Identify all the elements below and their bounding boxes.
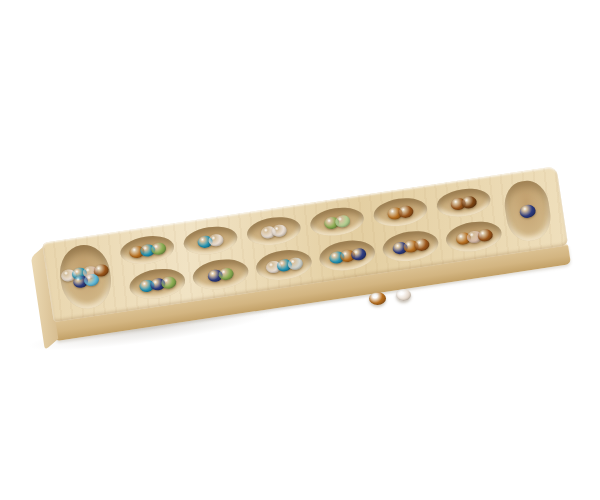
pit-bottom-4[interactable] <box>317 237 377 274</box>
pit-top-2[interactable] <box>182 223 239 258</box>
bead-navy <box>519 203 537 218</box>
loose-bead-1 <box>369 292 386 305</box>
bead-clear <box>208 233 225 247</box>
pit-bottom-2[interactable] <box>191 256 251 293</box>
product-photo <box>0 0 600 500</box>
pit-top-6[interactable] <box>435 185 492 220</box>
pit-top-1[interactable] <box>118 233 175 268</box>
bead-green <box>150 241 167 255</box>
pit-bottom-3[interactable] <box>254 247 314 284</box>
pit-top-4[interactable] <box>308 204 365 239</box>
loose-bead-2 <box>396 289 411 301</box>
bead-navy <box>350 247 367 261</box>
pit-bottom-1[interactable] <box>127 265 187 302</box>
pit-bottom-6[interactable] <box>444 218 504 255</box>
bead-lightgreen <box>334 214 351 228</box>
pit-top-5[interactable] <box>372 195 429 230</box>
bead-lightblue <box>83 273 100 287</box>
pit-top-3[interactable] <box>245 214 302 249</box>
pit-bottom-5[interactable] <box>381 228 441 265</box>
bead-copper <box>476 228 493 242</box>
store-right <box>501 178 553 244</box>
bead-green <box>218 267 235 281</box>
bead-green <box>160 275 177 289</box>
store-left <box>56 242 115 313</box>
bead-clear <box>271 223 288 237</box>
mancala-board <box>42 166 571 341</box>
bead-silver <box>286 256 303 270</box>
bead-copper <box>398 204 415 218</box>
bead-copper <box>413 237 430 251</box>
bead-bronze <box>461 195 478 209</box>
